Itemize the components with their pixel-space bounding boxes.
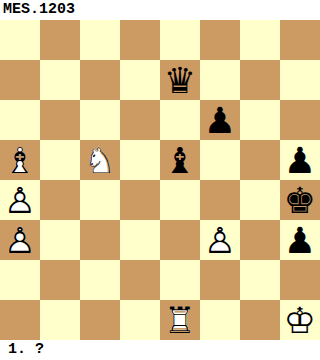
white-king: ♔ — [280, 300, 320, 340]
square-g4[interactable] — [240, 180, 280, 220]
square-g7[interactable] — [240, 60, 280, 100]
square-d8[interactable] — [120, 20, 160, 60]
white-rook-fill: ♜ — [160, 300, 200, 340]
square-c6[interactable] — [80, 100, 120, 140]
white-rook: ♖ — [160, 300, 200, 340]
black-king: ♚ — [280, 180, 320, 220]
white-bishop: ♗ — [0, 140, 40, 180]
white-pawn: ♙ — [200, 220, 240, 260]
white-pawn: ♙ — [0, 220, 40, 260]
square-f1[interactable] — [200, 300, 240, 340]
white-knight-fill: ♞ — [80, 140, 120, 180]
square-a3[interactable]: ♟♙ — [0, 220, 40, 260]
chess-board: ♛♟♝♗♞♘♝♟♟♙♚♟♙♟♙♟♜♖♚♔ — [0, 20, 320, 340]
square-a1[interactable] — [0, 300, 40, 340]
white-king-fill: ♚ — [280, 300, 320, 340]
black-queen: ♛ — [160, 60, 200, 100]
square-d4[interactable] — [120, 180, 160, 220]
move-prompt: 1. ? — [8, 341, 44, 358]
square-c1[interactable] — [80, 300, 120, 340]
black-pawn: ♟ — [280, 140, 320, 180]
square-e8[interactable] — [160, 20, 200, 60]
square-h1[interactable]: ♚♔ — [280, 300, 320, 340]
square-b7[interactable] — [40, 60, 80, 100]
square-d7[interactable] — [120, 60, 160, 100]
square-g3[interactable] — [240, 220, 280, 260]
white-pawn-fill: ♟ — [0, 220, 40, 260]
white-pawn: ♙ — [0, 180, 40, 220]
square-d6[interactable] — [120, 100, 160, 140]
square-f6[interactable]: ♟ — [200, 100, 240, 140]
white-pawn-fill: ♟ — [200, 220, 240, 260]
square-a7[interactable] — [0, 60, 40, 100]
square-b6[interactable] — [40, 100, 80, 140]
square-f3[interactable]: ♟♙ — [200, 220, 240, 260]
square-f2[interactable] — [200, 260, 240, 300]
square-f4[interactable] — [200, 180, 240, 220]
square-a5[interactable]: ♝♗ — [0, 140, 40, 180]
square-d5[interactable] — [120, 140, 160, 180]
square-a6[interactable] — [0, 100, 40, 140]
square-g8[interactable] — [240, 20, 280, 60]
square-e2[interactable] — [160, 260, 200, 300]
square-g6[interactable] — [240, 100, 280, 140]
square-e1[interactable]: ♜♖ — [160, 300, 200, 340]
square-h6[interactable] — [280, 100, 320, 140]
black-pawn: ♟ — [280, 220, 320, 260]
square-h8[interactable] — [280, 20, 320, 60]
black-pawn: ♟ — [200, 100, 240, 140]
square-g5[interactable] — [240, 140, 280, 180]
square-f7[interactable] — [200, 60, 240, 100]
square-h5[interactable]: ♟ — [280, 140, 320, 180]
white-bishop-fill: ♝ — [0, 140, 40, 180]
square-e4[interactable] — [160, 180, 200, 220]
square-d2[interactable] — [120, 260, 160, 300]
square-a4[interactable]: ♟♙ — [0, 180, 40, 220]
square-g2[interactable] — [240, 260, 280, 300]
square-b8[interactable] — [40, 20, 80, 60]
square-b5[interactable] — [40, 140, 80, 180]
white-knight: ♘ — [80, 140, 120, 180]
square-d1[interactable] — [120, 300, 160, 340]
square-b1[interactable] — [40, 300, 80, 340]
black-bishop: ♝ — [160, 140, 200, 180]
square-h3[interactable]: ♟ — [280, 220, 320, 260]
square-f8[interactable] — [200, 20, 240, 60]
square-c8[interactable] — [80, 20, 120, 60]
square-e6[interactable] — [160, 100, 200, 140]
square-c2[interactable] — [80, 260, 120, 300]
square-e5[interactable]: ♝ — [160, 140, 200, 180]
square-f5[interactable] — [200, 140, 240, 180]
square-c7[interactable] — [80, 60, 120, 100]
square-h4[interactable]: ♚ — [280, 180, 320, 220]
square-c5[interactable]: ♞♘ — [80, 140, 120, 180]
square-h7[interactable] — [280, 60, 320, 100]
square-d3[interactable] — [120, 220, 160, 260]
square-a2[interactable] — [0, 260, 40, 300]
square-c4[interactable] — [80, 180, 120, 220]
square-e7[interactable]: ♛ — [160, 60, 200, 100]
square-g1[interactable] — [240, 300, 280, 340]
diagram-title: MES.1203 — [3, 1, 75, 18]
square-b2[interactable] — [40, 260, 80, 300]
square-a8[interactable] — [0, 20, 40, 60]
square-b3[interactable] — [40, 220, 80, 260]
square-e3[interactable] — [160, 220, 200, 260]
white-pawn-fill: ♟ — [0, 180, 40, 220]
square-b4[interactable] — [40, 180, 80, 220]
square-c3[interactable] — [80, 220, 120, 260]
square-h2[interactable] — [280, 260, 320, 300]
